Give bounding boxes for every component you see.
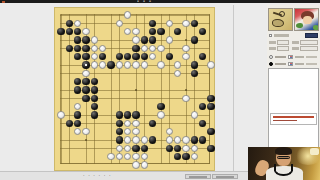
black-stone [74,45,82,53]
star-point [135,89,137,91]
webcam-overlay [248,147,320,180]
white-player-name [275,56,286,58]
black-stone [82,36,90,44]
black-stone [199,120,207,128]
white-stone [166,136,174,144]
avatar-white-player [268,8,293,31]
black-stone [182,153,190,161]
system-message-line2 [273,120,297,122]
black-stone [191,70,199,78]
white-stone [182,45,190,53]
black-stone [157,28,165,36]
white-stone [157,45,165,53]
black-stone [174,28,182,36]
black-stone [82,86,90,94]
white-stone [182,145,190,153]
black-stone [91,78,99,86]
black-stone [66,120,74,128]
status-button-right-text [216,176,234,178]
white-stone [182,95,190,103]
black-stone [149,20,157,28]
white-stone [82,28,90,36]
white-stone [157,61,165,69]
last-move-marker [85,64,88,67]
screen: ▪ ▪ ▪ · · · · · · [0,0,320,180]
black-stone [116,111,124,119]
white-stone [141,45,149,53]
info-label-2 [292,41,299,43]
black-stone [132,145,140,153]
white-stone [132,161,140,169]
white-stone [141,161,149,169]
go-board-grid[interactable] [60,14,210,164]
black-stone [199,103,207,111]
black-stone-icon [269,62,273,66]
info-label-3 [269,47,276,49]
white-stone [124,145,132,153]
white-stone [191,153,199,161]
white-stone [116,20,124,28]
white-stone [132,136,140,144]
black-stone [132,111,140,119]
info-value-3 [277,46,289,51]
white-stone [116,61,124,69]
white-stone [132,36,140,44]
white-stone [91,36,99,44]
black-stone [149,28,157,36]
white-stone [82,70,90,78]
avatar-left-art2 [279,11,285,17]
info-value-4 [300,46,318,51]
white-player-info [306,56,317,58]
white-stone [132,120,140,128]
black-stone [74,28,82,36]
white-stone [116,153,124,161]
black-stone [91,111,99,119]
taegeuk-icon [290,56,292,58]
avatar-black-player [294,8,319,31]
white-stone [174,70,182,78]
white-stone [166,36,174,44]
black-stone [174,145,182,153]
black-stone [74,78,82,86]
white-stone [124,61,132,69]
option-label [274,34,289,36]
black-stone [124,111,132,119]
system-message-box [270,113,317,125]
white-stone [182,53,190,61]
white-stone [149,53,157,61]
black-stone [74,36,82,44]
black-stone [74,111,82,119]
black-stone [141,53,149,61]
info-label-1 [269,41,276,43]
white-stone [191,145,199,153]
white-stone [157,111,165,119]
black-stone [141,36,149,44]
white-stone [166,128,174,136]
white-stone [207,61,215,69]
kr-flag-icon [288,55,293,59]
lamp [310,148,319,155]
black-stone [57,28,65,36]
black-stone [91,103,99,111]
white-stone [132,128,140,136]
black-stone [82,53,90,61]
black-stone [74,53,82,61]
white-stone [124,136,132,144]
star-point [85,139,87,141]
avatar-right-face [303,16,312,24]
white-stone [116,145,124,153]
black-stone [207,95,215,103]
player-row-white [268,54,319,60]
chat-list-panel[interactable] [268,68,319,152]
white-stone [74,103,82,111]
white-player-rank [295,56,304,58]
white-stone [124,11,132,19]
black-player-info [306,63,317,65]
white-stone [132,61,140,69]
black-stone [116,120,124,128]
black-stone [191,20,199,28]
white-stone [191,111,199,119]
info-value-1 [277,40,289,45]
white-stone [149,45,157,53]
black-stone [74,120,82,128]
black-stone [116,53,124,61]
black-stone [191,36,199,44]
white-stone [174,61,182,69]
black-stone [149,36,157,44]
kr-flag-icon-2 [288,62,293,66]
black-stone [99,53,107,61]
status-button-right[interactable] [212,174,238,180]
option-row [268,33,319,39]
white-stone [132,153,140,161]
white-stone [132,28,140,36]
white-stone [74,20,82,28]
titlebar-marks: ▪ ▪ ▪ [137,0,157,3]
black-stone [149,120,157,128]
black-stone [157,103,165,111]
black-stone [91,95,99,103]
person-headphones [274,164,293,176]
black-stone [141,145,149,153]
black-stone [166,53,174,61]
black-stone [82,95,90,103]
white-stone [141,153,149,161]
white-stone [99,61,107,69]
black-stone [207,145,215,153]
black-stone [199,28,207,36]
black-stone [191,136,199,144]
black-stone [82,78,90,86]
option-checkbox[interactable] [269,34,272,37]
black-stone [66,28,74,36]
black-stone [116,128,124,136]
info-value-2 [300,40,318,45]
black-stone [174,153,182,161]
white-stone [124,128,132,136]
black-stone [82,45,90,53]
black-stone [166,145,174,153]
status-button-left-text [189,176,207,178]
black-stone [132,53,140,61]
white-stone [124,120,132,128]
black-stone [66,45,74,53]
white-stone [124,153,132,161]
black-stone [116,136,124,144]
black-stone [149,136,157,144]
taegeuk-icon-2 [290,63,292,65]
black-stone [107,61,115,69]
white-stone [57,111,65,119]
black-stone [191,61,199,69]
black-stone [91,86,99,94]
black-stone [207,103,215,111]
white-stone [74,128,82,136]
white-stone [174,136,182,144]
white-stone [182,20,190,28]
status-button-left[interactable] [185,174,211,180]
system-message-line1 [273,116,314,118]
action-button[interactable] [305,33,318,38]
white-stone [182,136,190,144]
avatar-right-deco2 [313,25,319,30]
black-stone [66,20,74,28]
white-stone [107,153,115,161]
black-player-name [275,63,286,65]
avatar-right-deco [296,23,303,28]
info-label-4 [292,47,299,49]
black-stone [207,128,215,136]
black-stone [132,45,140,53]
avatar-left-art3 [272,19,284,27]
panel-divider [233,5,234,171]
black-stone [199,136,207,144]
person-glasses [277,156,290,159]
star-point [185,89,187,91]
white-stone [141,61,149,69]
person-hair [275,147,292,155]
go-board-panel [54,7,215,171]
white-stone [99,45,107,53]
app-icon [2,1,5,3]
window-titlebar: ▪ ▪ ▪ [0,0,320,3]
white-stone [166,20,174,28]
white-stone [91,53,99,61]
star-point [185,39,187,41]
black-stone [199,53,207,61]
white-stone [141,136,149,144]
player-row-black [268,61,319,67]
black-stone [124,53,132,61]
black-stone [74,86,82,94]
white-stone [124,28,132,36]
move-navigation-controls[interactable]: · · · · · · [83,173,117,179]
white-stone-icon [269,55,273,59]
black-player-rank [295,63,304,65]
info-row-2 [268,46,319,52]
white-stone [91,61,99,69]
white-stone [82,128,90,136]
white-stone [91,45,99,53]
